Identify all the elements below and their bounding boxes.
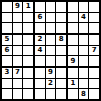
sudoku-cell-r4c8[interactable]	[79, 35, 89, 45]
sudoku-cell-r2c8[interactable]: 4	[79, 13, 89, 23]
sudoku-cell-r1c4[interactable]	[35, 2, 45, 12]
sudoku-cell-r5c4[interactable]: 4	[35, 46, 45, 56]
sudoku-cell-r9c6[interactable]	[56, 89, 66, 99]
sudoku-cell-r1c5[interactable]	[46, 2, 56, 12]
sudoku-cell-r9c9[interactable]	[89, 89, 99, 99]
sudoku-cell-r2c2[interactable]	[13, 13, 23, 23]
sudoku-board: 91645628479379218	[0, 0, 101, 101]
sudoku-cell-r9c7[interactable]	[68, 89, 78, 99]
sudoku-cell-r4c2[interactable]	[13, 35, 23, 45]
sudoku-cell-r7c1[interactable]: 3	[2, 68, 12, 78]
sudoku-cell-r8c7[interactable]: 1	[68, 79, 78, 89]
sudoku-cell-r6c9[interactable]	[89, 56, 99, 66]
sudoku-cell-r2c7[interactable]	[68, 13, 78, 23]
sudoku-cell-r3c5[interactable]	[46, 23, 56, 33]
sudoku-cell-r8c3[interactable]	[23, 79, 33, 89]
sudoku-cell-r9c2[interactable]	[13, 89, 23, 99]
sudoku-cell-r4c9[interactable]	[89, 35, 99, 45]
sudoku-box-7: 37	[2, 68, 33, 99]
sudoku-cell-r9c4[interactable]	[35, 89, 45, 99]
sudoku-cell-r3c3[interactable]	[23, 23, 33, 33]
sudoku-cell-r8c2[interactable]	[13, 79, 23, 89]
sudoku-cell-r5c9[interactable]: 7	[89, 46, 99, 56]
sudoku-box-1: 91	[2, 2, 33, 33]
sudoku-cell-r7c4[interactable]	[35, 68, 45, 78]
sudoku-box-3: 4	[68, 2, 99, 33]
sudoku-cell-r3c9[interactable]	[89, 23, 99, 33]
sudoku-box-2: 6	[35, 2, 66, 33]
sudoku-cell-r3c7[interactable]	[68, 23, 78, 33]
sudoku-cell-r7c9[interactable]	[89, 68, 99, 78]
sudoku-cell-r5c3[interactable]	[23, 46, 33, 56]
sudoku-cell-r1c2[interactable]: 9	[13, 2, 23, 12]
sudoku-cell-r3c2[interactable]	[13, 23, 23, 33]
sudoku-cell-r4c3[interactable]	[23, 35, 33, 45]
sudoku-cell-r5c5[interactable]	[46, 46, 56, 56]
sudoku-box-9: 18	[68, 68, 99, 99]
sudoku-box-4: 56	[2, 35, 33, 66]
sudoku-cell-r1c9[interactable]	[89, 2, 99, 12]
sudoku-cell-r8c6[interactable]	[56, 79, 66, 89]
sudoku-cell-r5c2[interactable]	[13, 46, 23, 56]
sudoku-cell-r4c1[interactable]: 5	[2, 35, 12, 45]
sudoku-cell-r3c6[interactable]	[56, 23, 66, 33]
sudoku-cell-r4c6[interactable]: 8	[56, 35, 66, 45]
sudoku-cell-r9c8[interactable]: 8	[79, 89, 89, 99]
sudoku-cell-r8c8[interactable]	[79, 79, 89, 89]
sudoku-cell-r7c7[interactable]	[68, 68, 78, 78]
sudoku-cell-r6c5[interactable]	[46, 56, 56, 66]
sudoku-cell-r7c2[interactable]: 7	[13, 68, 23, 78]
sudoku-box-8: 92	[35, 68, 66, 99]
sudoku-cell-r1c3[interactable]: 1	[23, 2, 33, 12]
sudoku-cell-r9c1[interactable]	[2, 89, 12, 99]
sudoku-cell-r3c4[interactable]	[35, 23, 45, 33]
sudoku-cell-r5c1[interactable]: 6	[2, 46, 12, 56]
sudoku-cell-r5c6[interactable]	[56, 46, 66, 56]
sudoku-cell-r8c5[interactable]: 2	[46, 79, 56, 89]
sudoku-cell-r1c1[interactable]	[2, 2, 12, 12]
sudoku-cell-r4c7[interactable]	[68, 35, 78, 45]
sudoku-box-6: 79	[68, 35, 99, 66]
sudoku-cell-r2c3[interactable]	[23, 13, 33, 23]
sudoku-cell-r8c1[interactable]	[2, 79, 12, 89]
sudoku-cell-r6c6[interactable]	[56, 56, 66, 66]
sudoku-cell-r7c3[interactable]	[23, 68, 33, 78]
sudoku-cell-r3c1[interactable]	[2, 23, 12, 33]
sudoku-cell-r9c5[interactable]	[46, 89, 56, 99]
sudoku-cell-r7c8[interactable]	[79, 68, 89, 78]
sudoku-cell-r8c4[interactable]	[35, 79, 45, 89]
sudoku-cell-r5c8[interactable]	[79, 46, 89, 56]
sudoku-cell-r7c5[interactable]: 9	[46, 68, 56, 78]
sudoku-cell-r4c5[interactable]	[46, 35, 56, 45]
sudoku-cell-r2c6[interactable]	[56, 13, 66, 23]
sudoku-cell-r8c9[interactable]	[89, 79, 99, 89]
sudoku-cell-r6c4[interactable]	[35, 56, 45, 66]
sudoku-cell-r6c3[interactable]	[23, 56, 33, 66]
sudoku-cell-r3c8[interactable]	[79, 23, 89, 33]
sudoku-cell-r1c6[interactable]	[56, 2, 66, 12]
sudoku-cell-r6c1[interactable]	[2, 56, 12, 66]
sudoku-cell-r4c4[interactable]: 2	[35, 35, 45, 45]
sudoku-cell-r6c8[interactable]	[79, 56, 89, 66]
sudoku-cell-r2c5[interactable]	[46, 13, 56, 23]
sudoku-cell-r6c7[interactable]: 9	[68, 56, 78, 66]
sudoku-cell-r1c8[interactable]	[79, 2, 89, 12]
sudoku-box-5: 284	[35, 35, 66, 66]
sudoku-cell-r1c7[interactable]	[68, 2, 78, 12]
sudoku-cell-r2c4[interactable]: 6	[35, 13, 45, 23]
sudoku-cell-r6c2[interactable]	[13, 56, 23, 66]
sudoku-cell-r5c7[interactable]	[68, 46, 78, 56]
sudoku-cell-r9c3[interactable]	[23, 89, 33, 99]
sudoku-cell-r2c9[interactable]	[89, 13, 99, 23]
sudoku-cell-r2c1[interactable]	[2, 13, 12, 23]
sudoku-cell-r7c6[interactable]	[56, 68, 66, 78]
